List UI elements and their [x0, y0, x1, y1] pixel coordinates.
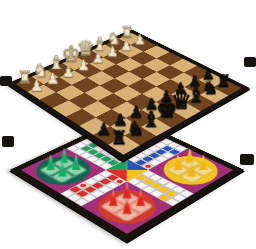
latch-ludo-right-icon [240, 154, 254, 165]
ludo-platform-red [100, 191, 155, 222]
chess-piece-white-rook: ♜ [121, 25, 135, 40]
chess-piece-black-rook: ♜ [216, 73, 231, 90]
chess-piece-white-pawn: ♟ [77, 58, 90, 73]
crown-badge-icon [114, 178, 126, 184]
chess-square [156, 65, 183, 79]
chess-piece-white-pawn: ♟ [62, 65, 75, 80]
chess-piece-white-pawn: ♟ [92, 52, 105, 66]
chess-square [116, 58, 143, 72]
chess-square: ♚ [62, 57, 89, 71]
chess-square: ♜ [118, 33, 143, 45]
chess-square: ♟ [89, 57, 116, 71]
chess-board-scene: ♜♟♟♜♞♟♟♞♝♟♟♝♛♟♟♛♚♟♟♚♝♟♟♝♞♟♟♞♜♟♟♜ [42, 0, 214, 172]
ludo-pawn-pad [116, 208, 138, 221]
ludo-pawn-red [122, 182, 133, 199]
chess-square: ♟ [103, 51, 130, 64]
chess-piece-white-pawn: ♟ [134, 33, 146, 47]
chess-square [115, 71, 143, 86]
chess-square [143, 58, 170, 72]
chess-square [130, 52, 157, 65]
chess-piece-white-bishop: ♝ [92, 34, 109, 53]
chess-square [170, 59, 197, 73]
chess-square: ♟ [59, 71, 87, 85]
chess-square: ♟ [131, 39, 157, 51]
chess-square: ♝ [91, 45, 117, 58]
chess-piece-black-bishop: ♝ [142, 108, 162, 130]
chess-square: ♞ [105, 39, 131, 51]
ludo-pawn-pad [182, 172, 202, 183]
latch-chess-left-icon [0, 76, 12, 86]
latch-chess-right-icon [244, 57, 256, 67]
ludo-pawn-pad [52, 172, 72, 183]
chess-square: ♛ [77, 51, 103, 64]
chess-square [143, 45, 169, 58]
chess-square: ♟ [117, 45, 143, 58]
chess-piece-white-pawn: ♟ [120, 39, 133, 53]
chess-piece-white-pawn: ♟ [30, 79, 44, 94]
chess-square [87, 71, 115, 85]
chess-piece-black-knight: ♞ [127, 119, 145, 139]
chess-square [128, 79, 156, 94]
chess-square [156, 52, 183, 65]
chess-square: ♟ [74, 64, 101, 78]
chess-piece-white-pawn: ♟ [46, 72, 59, 87]
chess-board: ♜♟♟♜♞♟♟♞♝♟♟♝♛♟♟♛♚♟♟♚♝♟♟♝♞♟♟♞♜♟♟♜ [7, 29, 250, 160]
chess-piece-black-rook: ♜ [111, 128, 128, 147]
chess-square: ♟ [43, 77, 71, 92]
chess-piece-white-king: ♚ [62, 43, 82, 65]
chess-piece-white-knight: ♞ [107, 30, 122, 46]
chess-square [102, 64, 129, 78]
latch-ludo-left-icon [2, 136, 14, 147]
chess-square [142, 72, 170, 87]
chess-piece-white-queen: ♛ [77, 38, 96, 59]
ludo-pawn-red [108, 189, 119, 206]
chess-grid: ♜♟♟♜♞♟♟♞♝♟♟♝♛♟♟♛♚♟♟♚♝♟♟♝♞♟♟♞♜♟♟♜ [15, 33, 241, 155]
chess-square [129, 65, 156, 79]
chess-piece-white-pawn: ♟ [106, 45, 119, 59]
